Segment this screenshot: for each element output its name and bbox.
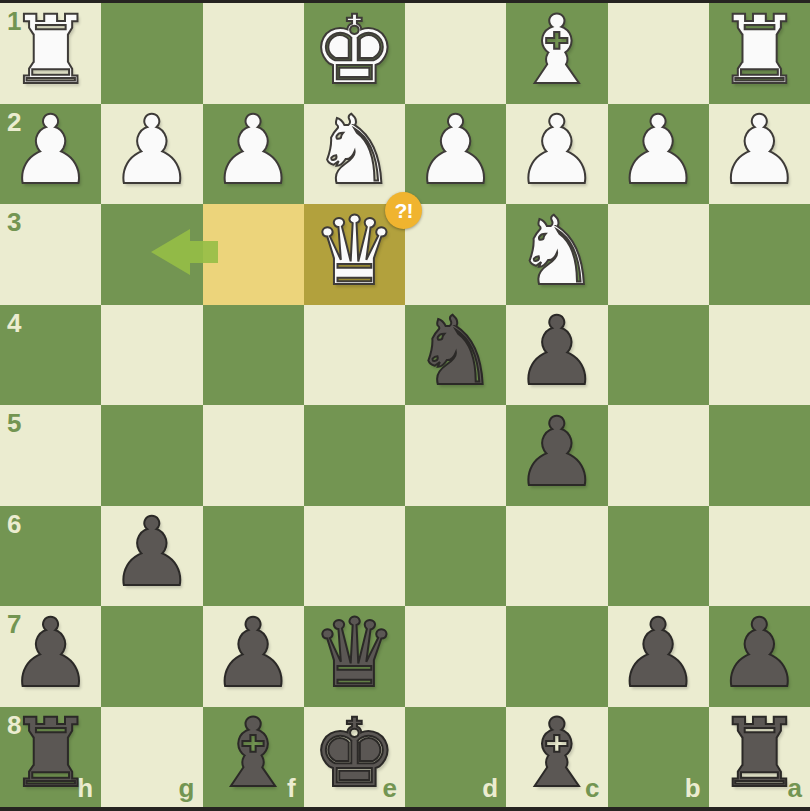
white-pawn[interactable]: ♟	[514, 103, 599, 198]
file-label-d: d	[482, 775, 498, 801]
square-c3[interactable]: ♞	[506, 204, 607, 305]
square-d8[interactable]: d	[405, 707, 506, 808]
square-d2[interactable]: ♟	[405, 104, 506, 205]
white-pawn[interactable]: ♟	[413, 103, 498, 198]
white-knight[interactable]: ♞	[514, 204, 599, 299]
square-f7[interactable]: ♟	[203, 606, 304, 707]
square-b8[interactable]: b	[608, 707, 709, 808]
black-pawn[interactable]: ♟	[616, 606, 701, 701]
square-e1[interactable]: ♚	[304, 3, 405, 104]
white-bishop[interactable]: ♝	[514, 3, 599, 98]
move-classification-badge: ?!	[385, 192, 422, 229]
rank-label-4: 4	[7, 310, 21, 336]
square-b3[interactable]	[608, 204, 709, 305]
file-label-g: g	[179, 775, 195, 801]
white-pawn[interactable]: ♟	[211, 103, 296, 198]
square-h8[interactable]: 8h♜	[0, 707, 101, 808]
square-c4[interactable]: ♟	[506, 305, 607, 406]
square-e6[interactable]	[304, 506, 405, 607]
white-pawn[interactable]: ♟	[8, 103, 93, 198]
square-e8[interactable]: e♚	[304, 707, 405, 808]
square-d6[interactable]	[405, 506, 506, 607]
square-f6[interactable]	[203, 506, 304, 607]
white-king[interactable]: ♚	[312, 3, 397, 98]
square-a4[interactable]	[709, 305, 810, 406]
black-rook[interactable]: ♜	[717, 706, 802, 801]
square-f5[interactable]	[203, 405, 304, 506]
black-pawn[interactable]: ♟	[514, 405, 599, 500]
black-pawn[interactable]: ♟	[211, 606, 296, 701]
black-bishop[interactable]: ♝	[211, 706, 296, 801]
square-e2[interactable]: ♞	[304, 104, 405, 205]
square-h4[interactable]: 4	[0, 305, 101, 406]
square-c6[interactable]	[506, 506, 607, 607]
white-pawn[interactable]: ♟	[616, 103, 701, 198]
square-d4[interactable]: ♞	[405, 305, 506, 406]
white-pawn[interactable]: ♟	[717, 103, 802, 198]
square-b7[interactable]: ♟	[608, 606, 709, 707]
white-queen[interactable]: ♛	[312, 204, 397, 299]
square-c7[interactable]	[506, 606, 607, 707]
square-c1[interactable]: ♝	[506, 3, 607, 104]
black-pawn[interactable]: ♟	[514, 304, 599, 399]
square-f8[interactable]: f♝	[203, 707, 304, 808]
black-queen[interactable]: ♛	[312, 606, 397, 701]
black-pawn[interactable]: ♟	[8, 606, 93, 701]
square-g8[interactable]: g	[101, 707, 202, 808]
square-g7[interactable]	[101, 606, 202, 707]
black-knight[interactable]: ♞	[413, 304, 498, 399]
square-a3[interactable]	[709, 204, 810, 305]
square-g6[interactable]: ♟	[101, 506, 202, 607]
square-e4[interactable]	[304, 305, 405, 406]
chess-board: 1♜♚♝♜2♟♟♟♞♟♟♟♟3♛♞4♞♟5♟6♟7♟♟♛♟♟8h♜gf♝e♚dc…	[0, 3, 810, 807]
square-h1[interactable]: 1♜	[0, 3, 101, 104]
black-pawn[interactable]: ♟	[109, 505, 194, 600]
square-h2[interactable]: 2♟	[0, 104, 101, 205]
square-a2[interactable]: ♟	[709, 104, 810, 205]
black-bishop[interactable]: ♝	[514, 706, 599, 801]
square-e7[interactable]: ♛	[304, 606, 405, 707]
square-g4[interactable]	[101, 305, 202, 406]
square-b4[interactable]	[608, 305, 709, 406]
square-f2[interactable]: ♟	[203, 104, 304, 205]
square-h6[interactable]: 6	[0, 506, 101, 607]
rank-label-5: 5	[7, 410, 21, 436]
square-d3[interactable]	[405, 204, 506, 305]
square-d1[interactable]	[405, 3, 506, 104]
black-king[interactable]: ♚	[312, 706, 397, 801]
white-rook[interactable]: ♜	[8, 3, 93, 98]
square-g2[interactable]: ♟	[101, 104, 202, 205]
square-b1[interactable]	[608, 3, 709, 104]
square-f1[interactable]	[203, 3, 304, 104]
screen-edge-bottom	[0, 807, 810, 811]
white-rook[interactable]: ♜	[717, 3, 802, 98]
square-h5[interactable]: 5	[0, 405, 101, 506]
square-b2[interactable]: ♟	[608, 104, 709, 205]
square-a5[interactable]	[709, 405, 810, 506]
file-label-b: b	[685, 775, 701, 801]
square-a1[interactable]: ♜	[709, 3, 810, 104]
square-a6[interactable]	[709, 506, 810, 607]
white-pawn[interactable]: ♟	[109, 103, 194, 198]
square-f3[interactable]	[203, 204, 304, 305]
square-g1[interactable]	[101, 3, 202, 104]
square-g3[interactable]	[101, 204, 202, 305]
square-b5[interactable]	[608, 405, 709, 506]
square-h3[interactable]: 3	[0, 204, 101, 305]
square-a7[interactable]: ♟	[709, 606, 810, 707]
square-g5[interactable]	[101, 405, 202, 506]
square-d5[interactable]	[405, 405, 506, 506]
square-c8[interactable]: c♝	[506, 707, 607, 808]
rank-label-6: 6	[7, 511, 21, 537]
square-c5[interactable]: ♟	[506, 405, 607, 506]
square-b6[interactable]	[608, 506, 709, 607]
square-h7[interactable]: 7♟	[0, 606, 101, 707]
white-knight[interactable]: ♞	[312, 103, 397, 198]
black-pawn[interactable]: ♟	[717, 606, 802, 701]
black-rook[interactable]: ♜	[8, 706, 93, 801]
square-d7[interactable]	[405, 606, 506, 707]
square-c2[interactable]: ♟	[506, 104, 607, 205]
square-a8[interactable]: a♜	[709, 707, 810, 808]
rank-label-3: 3	[7, 209, 21, 235]
square-e5[interactable]	[304, 405, 405, 506]
square-f4[interactable]	[203, 305, 304, 406]
